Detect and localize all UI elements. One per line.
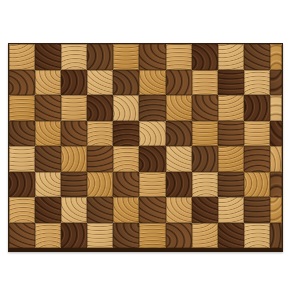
board-square-dark — [9, 172, 35, 198]
board-square-dark — [166, 223, 192, 249]
board-square-dark — [218, 172, 244, 198]
board-square-light — [113, 146, 139, 172]
board-square-light — [270, 44, 282, 70]
board-square-dark — [218, 121, 244, 147]
board-square-light — [166, 44, 192, 70]
board-square-dark — [244, 95, 270, 121]
board-square-light — [270, 146, 282, 172]
board-square-dark — [35, 44, 61, 70]
board-square-dark — [192, 197, 218, 223]
board-square-dark — [166, 70, 192, 96]
board-square-dark — [87, 146, 113, 172]
board-square-dark — [9, 70, 35, 96]
board-square-light — [270, 197, 282, 223]
board-square-light — [9, 44, 35, 70]
board-square-dark — [139, 44, 165, 70]
board-square-light — [244, 172, 270, 198]
board-square-dark — [244, 197, 270, 223]
board-square-light — [35, 70, 61, 96]
board-square-dark — [270, 70, 282, 96]
board-square-light — [35, 172, 61, 198]
board-square-light — [166, 146, 192, 172]
board-square-dark — [270, 223, 282, 249]
board-square-dark — [61, 223, 87, 249]
board-square-dark — [139, 95, 165, 121]
board-square-light — [192, 121, 218, 147]
cutting-board — [8, 43, 283, 252]
board-square-light — [113, 197, 139, 223]
board-square-light — [244, 121, 270, 147]
board-square-light — [139, 121, 165, 147]
board-square-dark — [270, 121, 282, 147]
board-square-light — [61, 44, 87, 70]
board-square-dark — [139, 146, 165, 172]
board-square-light — [166, 197, 192, 223]
board-square-light — [218, 44, 244, 70]
board-square-light — [35, 223, 61, 249]
board-square-dark — [9, 223, 35, 249]
board-square-dark — [35, 146, 61, 172]
board-square-light — [218, 197, 244, 223]
board-square-dark — [192, 44, 218, 70]
board-square-light — [192, 223, 218, 249]
board-square-dark — [113, 70, 139, 96]
board-square-light — [192, 172, 218, 198]
board-square-dark — [244, 146, 270, 172]
board-square-dark — [192, 146, 218, 172]
board-square-light — [139, 172, 165, 198]
board-square-light — [244, 223, 270, 249]
board-square-dark — [166, 121, 192, 147]
board-square-light — [87, 70, 113, 96]
board-square-dark — [113, 223, 139, 249]
board-square-light — [244, 70, 270, 96]
board-square-dark — [270, 172, 282, 198]
board-square-light — [113, 44, 139, 70]
board-square-light — [218, 146, 244, 172]
board-square-dark — [139, 197, 165, 223]
board-square-dark — [166, 172, 192, 198]
board-square-light — [192, 70, 218, 96]
board-square-dark — [9, 121, 35, 147]
board-square-dark — [61, 121, 87, 147]
product-photo — [0, 0, 292, 292]
board-square-dark — [61, 70, 87, 96]
board-square-dark — [113, 121, 139, 147]
board-square-dark — [113, 172, 139, 198]
board-square-light — [166, 95, 192, 121]
board-square-light — [9, 95, 35, 121]
board-square-light — [139, 223, 165, 249]
board-square-light — [61, 146, 87, 172]
board-square-light — [61, 95, 87, 121]
board-square-dark — [87, 197, 113, 223]
board-square-light — [218, 95, 244, 121]
board-square-dark — [61, 172, 87, 198]
board-square-dark — [192, 95, 218, 121]
board-square-light — [35, 121, 61, 147]
board-square-dark — [87, 44, 113, 70]
board-square-light — [87, 121, 113, 147]
board-square-dark — [218, 70, 244, 96]
board-square-light — [87, 172, 113, 198]
board-square-dark — [87, 95, 113, 121]
board-square-dark — [218, 223, 244, 249]
board-square-light — [270, 95, 282, 121]
board-square-dark — [35, 95, 61, 121]
board-square-light — [113, 95, 139, 121]
board-square-light — [61, 197, 87, 223]
board-square-dark — [244, 44, 270, 70]
board-square-light — [87, 223, 113, 249]
board-square-light — [9, 197, 35, 223]
board-square-light — [9, 146, 35, 172]
board-square-dark — [35, 197, 61, 223]
board-square-light — [139, 70, 165, 96]
